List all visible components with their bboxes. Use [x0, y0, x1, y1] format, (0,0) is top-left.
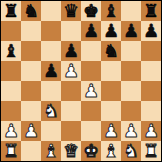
square-a3[interactable]	[1, 101, 21, 121]
square-a5[interactable]	[1, 61, 21, 81]
square-h6[interactable]	[141, 41, 161, 61]
piece-black-pawn: ♟	[63, 41, 79, 61]
square-e4[interactable]: ♟	[81, 81, 101, 101]
square-a4[interactable]	[1, 81, 21, 101]
square-c3[interactable]: ♞	[41, 101, 61, 121]
square-b8[interactable]: ♞	[21, 1, 41, 21]
square-b7[interactable]	[21, 21, 41, 41]
square-h3[interactable]	[141, 101, 161, 121]
square-b2[interactable]: ♟	[21, 121, 41, 141]
piece-white-pawn: ♟	[143, 121, 159, 141]
piece-black-pawn: ♟	[83, 21, 99, 41]
square-d5[interactable]: ♟	[61, 61, 81, 81]
square-d2[interactable]	[61, 121, 81, 141]
piece-black-bishop: ♝	[103, 1, 119, 21]
piece-black-queen: ♛	[63, 1, 79, 21]
piece-white-knight: ♞	[123, 141, 139, 161]
square-e6[interactable]	[81, 41, 101, 61]
square-a6[interactable]: ♝	[1, 41, 21, 61]
chess-board: ♜♞♛♚♝♜♟♟♟♟♝♟♞♟♟♟♞♟♟♟♟♟♜♝♛♚♝♞♜	[0, 0, 162, 162]
square-d1[interactable]: ♛	[61, 141, 81, 161]
square-h8[interactable]: ♜	[141, 1, 161, 21]
square-b3[interactable]	[21, 101, 41, 121]
piece-black-pawn: ♟	[103, 21, 119, 41]
square-f4[interactable]	[101, 81, 121, 101]
square-f2[interactable]: ♟	[101, 121, 121, 141]
piece-black-pawn: ♟	[143, 21, 159, 41]
square-a2[interactable]: ♟	[1, 121, 21, 141]
square-g4[interactable]	[121, 81, 141, 101]
square-e7[interactable]: ♟	[81, 21, 101, 41]
square-f3[interactable]	[101, 101, 121, 121]
piece-black-pawn: ♟	[43, 61, 59, 81]
square-d7[interactable]	[61, 21, 81, 41]
square-f7[interactable]: ♟	[101, 21, 121, 41]
square-h1[interactable]: ♜	[141, 141, 161, 161]
piece-black-rook: ♜	[3, 1, 19, 21]
square-d3[interactable]	[61, 101, 81, 121]
piece-white-pawn: ♟	[63, 61, 79, 81]
square-g5[interactable]	[121, 61, 141, 81]
piece-white-knight: ♞	[43, 101, 59, 121]
square-h2[interactable]: ♟	[141, 121, 161, 141]
square-a8[interactable]: ♜	[1, 1, 21, 21]
piece-black-knight: ♞	[103, 41, 119, 61]
square-g7[interactable]: ♟	[121, 21, 141, 41]
square-b6[interactable]	[21, 41, 41, 61]
square-g2[interactable]: ♟	[121, 121, 141, 141]
piece-white-pawn: ♟	[83, 81, 99, 101]
square-h5[interactable]	[141, 61, 161, 81]
square-h4[interactable]	[141, 81, 161, 101]
square-e8[interactable]: ♚	[81, 1, 101, 21]
piece-white-pawn: ♟	[103, 121, 119, 141]
piece-white-pawn: ♟	[123, 121, 139, 141]
piece-white-bishop: ♝	[103, 141, 119, 161]
square-b1[interactable]	[21, 141, 41, 161]
square-h7[interactable]: ♟	[141, 21, 161, 41]
square-f1[interactable]: ♝	[101, 141, 121, 161]
square-e3[interactable]	[81, 101, 101, 121]
square-c7[interactable]	[41, 21, 61, 41]
square-d6[interactable]: ♟	[61, 41, 81, 61]
square-c5[interactable]: ♟	[41, 61, 61, 81]
square-c2[interactable]	[41, 121, 61, 141]
square-c8[interactable]	[41, 1, 61, 21]
square-f8[interactable]: ♝	[101, 1, 121, 21]
piece-white-bishop: ♝	[43, 141, 59, 161]
square-c1[interactable]: ♝	[41, 141, 61, 161]
square-b4[interactable]	[21, 81, 41, 101]
piece-white-rook: ♜	[143, 141, 159, 161]
piece-black-rook: ♜	[143, 1, 159, 21]
square-c6[interactable]	[41, 41, 61, 61]
piece-black-bishop: ♝	[3, 41, 19, 61]
square-a7[interactable]	[1, 21, 21, 41]
piece-white-queen: ♛	[63, 141, 79, 161]
square-f5[interactable]	[101, 61, 121, 81]
square-e2[interactable]	[81, 121, 101, 141]
piece-white-pawn: ♟	[3, 121, 19, 141]
square-g8[interactable]	[121, 1, 141, 21]
square-e1[interactable]: ♚	[81, 141, 101, 161]
piece-black-pawn: ♟	[123, 21, 139, 41]
square-b5[interactable]	[21, 61, 41, 81]
square-a1[interactable]: ♜	[1, 141, 21, 161]
square-g6[interactable]	[121, 41, 141, 61]
square-c4[interactable]	[41, 81, 61, 101]
piece-white-king: ♚	[83, 141, 99, 161]
square-g3[interactable]	[121, 101, 141, 121]
square-e5[interactable]	[81, 61, 101, 81]
piece-black-knight: ♞	[23, 1, 39, 21]
square-d4[interactable]	[61, 81, 81, 101]
piece-black-king: ♚	[83, 1, 99, 21]
square-g1[interactable]: ♞	[121, 141, 141, 161]
piece-white-rook: ♜	[3, 141, 19, 161]
piece-white-pawn: ♟	[23, 121, 39, 141]
square-d8[interactable]: ♛	[61, 1, 81, 21]
square-f6[interactable]: ♞	[101, 41, 121, 61]
